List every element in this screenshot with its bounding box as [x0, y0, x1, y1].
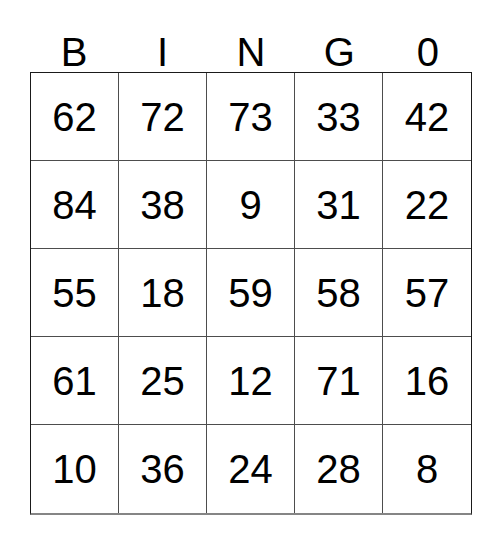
bingo-card: B I N G 0 62 72 73 33 42 84 38 9 31 22 5…: [30, 0, 472, 515]
cell-r3c2[interactable]: 12: [207, 337, 295, 425]
cell-r1c3[interactable]: 31: [295, 161, 383, 249]
cell-r0c3[interactable]: 33: [295, 73, 383, 161]
bingo-card-screen: B I N G 0 62 72 73 33 42 84 38 9 31 22 5…: [0, 0, 500, 544]
cell-r1c2[interactable]: 9: [207, 161, 295, 249]
cell-r2c2[interactable]: 59: [207, 249, 295, 337]
cell-r3c4[interactable]: 16: [383, 337, 471, 425]
bingo-grid: 62 72 73 33 42 84 38 9 31 22 55 18 59 58…: [30, 72, 472, 515]
cell-r4c4[interactable]: 8: [383, 425, 471, 513]
cell-r2c3[interactable]: 58: [295, 249, 383, 337]
header-letter-b: B: [30, 32, 118, 72]
cell-r0c1[interactable]: 72: [119, 73, 207, 161]
cell-r0c2[interactable]: 73: [207, 73, 295, 161]
header-letter-g: G: [295, 32, 383, 72]
cell-r3c3[interactable]: 71: [295, 337, 383, 425]
cell-r1c1[interactable]: 38: [119, 161, 207, 249]
cell-r1c0[interactable]: 84: [31, 161, 119, 249]
cell-r1c4[interactable]: 22: [383, 161, 471, 249]
cell-r3c0[interactable]: 61: [31, 337, 119, 425]
header-letter-n: N: [207, 32, 295, 72]
cell-r2c1[interactable]: 18: [119, 249, 207, 337]
cell-r2c0[interactable]: 55: [31, 249, 119, 337]
cell-r0c4[interactable]: 42: [383, 73, 471, 161]
cell-r3c1[interactable]: 25: [119, 337, 207, 425]
header-letter-o: 0: [384, 32, 472, 72]
cell-r4c0[interactable]: 10: [31, 425, 119, 513]
cell-r4c3[interactable]: 28: [295, 425, 383, 513]
bingo-header-row: B I N G 0: [30, 0, 472, 72]
cell-r4c2[interactable]: 24: [207, 425, 295, 513]
cell-r0c0[interactable]: 62: [31, 73, 119, 161]
header-letter-i: I: [118, 32, 206, 72]
cell-r4c1[interactable]: 36: [119, 425, 207, 513]
cell-r2c4[interactable]: 57: [383, 249, 471, 337]
